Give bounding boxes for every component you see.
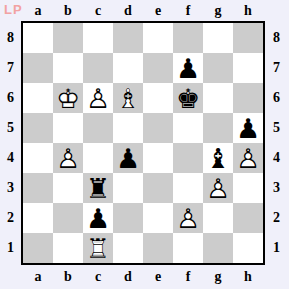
rank-label-3: 3	[266, 173, 287, 203]
square-f5[interactable]	[173, 113, 203, 143]
square-a7[interactable]	[23, 53, 53, 83]
square-h8[interactable]	[233, 23, 263, 53]
file-label-d: d	[113, 2, 143, 20]
piece-white-pawn-b4[interactable]: ♟♙	[53, 143, 83, 173]
piece-black-rook-c3[interactable]: ♜	[83, 173, 113, 203]
rank-label-2: 2	[266, 203, 287, 233]
rank-label-4: 4	[266, 143, 287, 173]
piece-black-pawn-h5[interactable]: ♟	[233, 113, 263, 143]
square-f8[interactable]	[173, 23, 203, 53]
piece-outline-layer: ♖	[83, 233, 113, 263]
square-e5[interactable]	[143, 113, 173, 143]
file-label-b: b	[53, 2, 83, 20]
square-c8[interactable]	[83, 23, 113, 53]
piece-white-king-b6[interactable]: ♚♔	[53, 83, 83, 113]
piece-black-pawn-f7[interactable]: ♟	[173, 53, 203, 83]
square-g5[interactable]	[203, 113, 233, 143]
square-h6[interactable]	[233, 83, 263, 113]
square-h7[interactable]	[233, 53, 263, 83]
square-c4[interactable]	[83, 143, 113, 173]
square-c7[interactable]	[83, 53, 113, 83]
square-b2[interactable]	[53, 203, 83, 233]
square-f3[interactable]	[173, 173, 203, 203]
square-a2[interactable]	[23, 203, 53, 233]
piece-outline-layer: ♙	[233, 143, 263, 173]
file-label-h: h	[233, 2, 263, 20]
square-h2[interactable]	[233, 203, 263, 233]
square-b8[interactable]	[53, 23, 83, 53]
piece-white-bishop-d6[interactable]: ♝♗	[113, 83, 143, 113]
rank-label-1: 1	[0, 233, 21, 263]
square-e4[interactable]	[143, 143, 173, 173]
file-label-e: e	[143, 268, 173, 286]
chess-board: ♟♚♔♟♙♝♗♚♟♟♙♟♝♟♙♜♟♙♟♟♙♜♖	[21, 21, 265, 265]
file-label-d: d	[113, 268, 143, 286]
square-g6[interactable]	[203, 83, 233, 113]
piece-outline-layer: ♙	[83, 83, 113, 113]
square-h5[interactable]: ♟	[233, 113, 263, 143]
rank-label-7: 7	[0, 53, 21, 83]
square-c6[interactable]: ♟♙	[83, 83, 113, 113]
square-e1[interactable]	[143, 233, 173, 263]
square-f7[interactable]: ♟	[173, 53, 203, 83]
file-label-a: a	[23, 268, 53, 286]
square-b4[interactable]: ♟♙	[53, 143, 83, 173]
square-g8[interactable]	[203, 23, 233, 53]
square-b3[interactable]	[53, 173, 83, 203]
file-label-b: b	[53, 268, 83, 286]
file-label-f: f	[173, 268, 203, 286]
square-h3[interactable]	[233, 173, 263, 203]
square-e7[interactable]	[143, 53, 173, 83]
square-c2[interactable]: ♟	[83, 203, 113, 233]
square-g2[interactable]	[203, 203, 233, 233]
file-label-c: c	[83, 268, 113, 286]
square-e3[interactable]	[143, 173, 173, 203]
rank-label-5: 5	[0, 113, 21, 143]
square-g1[interactable]	[203, 233, 233, 263]
square-g7[interactable]	[203, 53, 233, 83]
piece-outline-layer: ♙	[53, 143, 83, 173]
file-labels-bottom: abcdefgh	[23, 268, 263, 286]
square-f6[interactable]: ♚	[173, 83, 203, 113]
square-d7[interactable]	[113, 53, 143, 83]
square-e2[interactable]	[143, 203, 173, 233]
rank-label-4: 4	[0, 143, 21, 173]
rank-label-6: 6	[266, 83, 287, 113]
rank-label-6: 6	[0, 83, 21, 113]
square-h1[interactable]	[233, 233, 263, 263]
rank-label-2: 2	[0, 203, 21, 233]
square-e8[interactable]	[143, 23, 173, 53]
file-label-h: h	[233, 268, 263, 286]
square-a4[interactable]	[23, 143, 53, 173]
square-g4[interactable]: ♝	[203, 143, 233, 173]
piece-white-pawn-c6[interactable]: ♟♙	[83, 83, 113, 113]
piece-outline-layer: ♙	[173, 203, 203, 233]
square-a6[interactable]	[23, 83, 53, 113]
square-b1[interactable]	[53, 233, 83, 263]
rank-label-1: 1	[266, 233, 287, 263]
file-label-g: g	[203, 268, 233, 286]
rank-label-8: 8	[266, 23, 287, 53]
square-c1[interactable]: ♜♖	[83, 233, 113, 263]
square-a3[interactable]	[23, 173, 53, 203]
square-f2[interactable]: ♟♙	[173, 203, 203, 233]
square-d5[interactable]	[113, 113, 143, 143]
piece-outline-layer: ♙	[203, 173, 233, 203]
square-c5[interactable]	[83, 113, 113, 143]
square-d8[interactable]	[113, 23, 143, 53]
square-a5[interactable]	[23, 113, 53, 143]
piece-white-pawn-f2[interactable]: ♟♙	[173, 203, 203, 233]
square-d4[interactable]: ♟	[113, 143, 143, 173]
rank-label-3: 3	[0, 173, 21, 203]
rank-label-7: 7	[266, 53, 287, 83]
square-b6[interactable]: ♚♔	[53, 83, 83, 113]
file-label-c: c	[83, 2, 113, 20]
rank-label-8: 8	[0, 23, 21, 53]
file-label-f: f	[173, 2, 203, 20]
rank-labels-left: 87654321	[0, 23, 21, 263]
square-f1[interactable]	[173, 233, 203, 263]
square-d3[interactable]	[113, 173, 143, 203]
piece-black-pawn-c2[interactable]: ♟	[83, 203, 113, 233]
file-label-g: g	[203, 2, 233, 20]
square-h4[interactable]: ♟♙	[233, 143, 263, 173]
file-labels-top: abcdefgh	[23, 2, 263, 20]
square-a1[interactable]	[23, 233, 53, 263]
chess-diagram-page: LP abcdefgh 87654321 ♟♚♔♟♙♝♗♚♟♟♙♟♝♟♙♜♟♙♟…	[0, 0, 289, 289]
square-b5[interactable]	[53, 113, 83, 143]
file-label-e: e	[143, 2, 173, 20]
piece-white-pawn-h4[interactable]: ♟♙	[233, 143, 263, 173]
piece-outline-layer: ♗	[113, 83, 143, 113]
piece-white-rook-c1[interactable]: ♜♖	[83, 233, 113, 263]
square-e6[interactable]	[143, 83, 173, 113]
piece-outline-layer: ♔	[53, 83, 83, 113]
square-f4[interactable]	[173, 143, 203, 173]
piece-black-bishop-g4[interactable]: ♝	[203, 143, 233, 173]
piece-white-pawn-g3[interactable]: ♟♙	[203, 173, 233, 203]
square-d6[interactable]: ♝♗	[113, 83, 143, 113]
square-b7[interactable]	[53, 53, 83, 83]
rank-label-5: 5	[266, 113, 287, 143]
piece-black-pawn-d4[interactable]: ♟	[113, 143, 143, 173]
square-d1[interactable]	[113, 233, 143, 263]
rank-labels-right: 87654321	[266, 23, 287, 263]
piece-black-king-f6[interactable]: ♚	[173, 83, 203, 113]
file-label-a: a	[23, 2, 53, 20]
logo-watermark: LP	[4, 2, 23, 17]
square-d2[interactable]	[113, 203, 143, 233]
square-g3[interactable]: ♟♙	[203, 173, 233, 203]
square-c3[interactable]: ♜	[83, 173, 113, 203]
square-a8[interactable]	[23, 23, 53, 53]
